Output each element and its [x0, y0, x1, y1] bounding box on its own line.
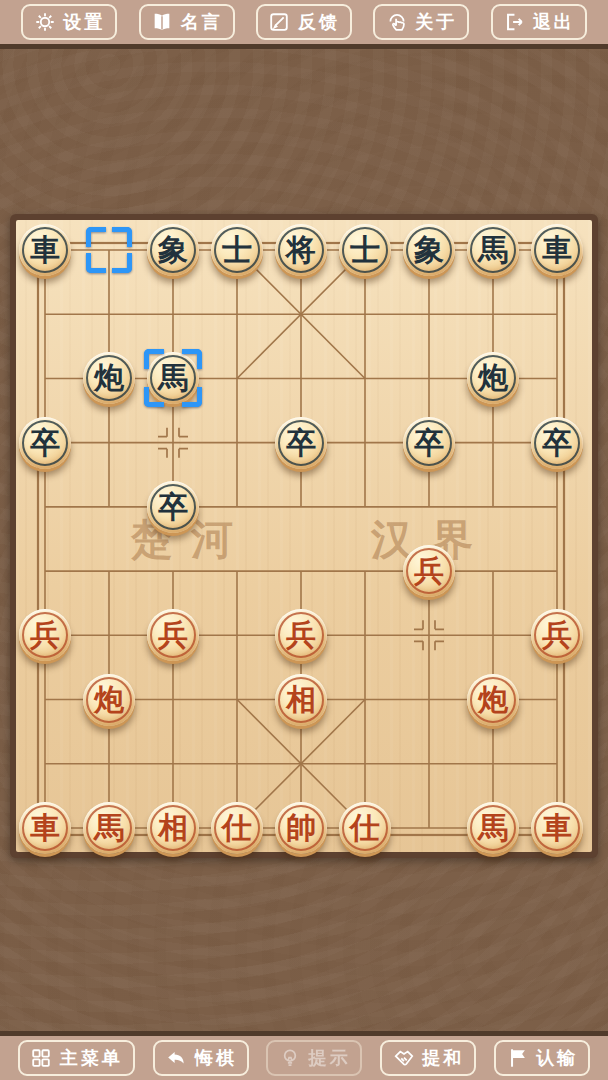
- piece-glyph: 象: [403, 224, 455, 276]
- draw-offer-button[interactable]: 提和: [380, 1040, 476, 1076]
- piece-glyph: 士: [339, 224, 391, 276]
- piece-black-king[interactable]: 将: [275, 224, 327, 276]
- piece-glyph: 相: [275, 674, 327, 726]
- piece-glyph: 仕: [211, 802, 263, 854]
- feedback-pencil-icon: [268, 11, 291, 34]
- piece-red-cannon[interactable]: 炮: [467, 674, 519, 726]
- feedback-label: 反馈: [298, 10, 340, 34]
- piece-black-rook[interactable]: 車: [531, 224, 583, 276]
- hint-label: 提示: [308, 1046, 350, 1070]
- piece-glyph: 兵: [403, 545, 455, 597]
- book-icon: [151, 11, 174, 34]
- piece-glyph: 卒: [275, 417, 327, 469]
- main-menu-button[interactable]: 主菜单: [18, 1040, 135, 1076]
- piece-red-pawn[interactable]: 兵: [403, 545, 455, 597]
- piece-black-elephant[interactable]: 象: [147, 224, 199, 276]
- draw-offer-label: 提和: [422, 1046, 464, 1070]
- piece-glyph: 象: [147, 224, 199, 276]
- top-toolbar: 设置 名言 反馈: [0, 0, 608, 44]
- piece-black-pawn[interactable]: 卒: [403, 417, 455, 469]
- settings-button[interactable]: 设置: [21, 4, 117, 40]
- xiangqi-board-frame: 楚河 汉界 車象士将士象馬車炮馬炮卒卒卒卒卒兵兵兵兵兵炮相炮車馬相仕帥仕馬車: [10, 214, 598, 858]
- piece-glyph: 馬: [83, 802, 135, 854]
- undo-arrow-icon: [165, 1047, 188, 1070]
- piece-red-advisor[interactable]: 仕: [339, 802, 391, 854]
- hint-bulb-icon: [278, 1047, 301, 1070]
- piece-glyph: 将: [275, 224, 327, 276]
- piece-black-advisor[interactable]: 士: [211, 224, 263, 276]
- piece-glyph: 兵: [19, 609, 71, 661]
- piece-red-horse[interactable]: 馬: [467, 802, 519, 854]
- piece-glyph: 兵: [531, 609, 583, 661]
- piece-red-advisor[interactable]: 仕: [211, 802, 263, 854]
- piece-glyph: 車: [531, 224, 583, 276]
- piece-black-rook[interactable]: 車: [19, 224, 71, 276]
- quotes-button[interactable]: 名言: [139, 4, 235, 40]
- piece-glyph: 兵: [275, 609, 327, 661]
- piece-black-horse[interactable]: 馬: [467, 224, 519, 276]
- piece-red-horse[interactable]: 馬: [83, 802, 135, 854]
- piece-glyph: 士: [211, 224, 263, 276]
- piece-black-pawn[interactable]: 卒: [147, 481, 199, 533]
- about-label: 关于: [415, 10, 457, 34]
- board-grid: [16, 220, 592, 852]
- piece-red-pawn[interactable]: 兵: [531, 609, 583, 661]
- piece-black-cannon[interactable]: 炮: [83, 352, 135, 404]
- resign-label: 认输: [536, 1046, 578, 1070]
- piece-glyph: 炮: [467, 352, 519, 404]
- exit-label: 退出: [533, 10, 575, 34]
- about-button[interactable]: 关于: [373, 4, 469, 40]
- piece-glyph: 馬: [147, 352, 199, 404]
- piece-black-cannon[interactable]: 炮: [467, 352, 519, 404]
- main-menu-label: 主菜单: [60, 1046, 123, 1070]
- piece-glyph: 兵: [147, 609, 199, 661]
- handshake-icon: [392, 1047, 415, 1070]
- piece-red-cannon[interactable]: 炮: [83, 674, 135, 726]
- piece-red-rook[interactable]: 車: [19, 802, 71, 854]
- piece-glyph: 仕: [339, 802, 391, 854]
- piece-black-pawn[interactable]: 卒: [19, 417, 71, 469]
- piece-glyph: 炮: [467, 674, 519, 726]
- piece-glyph: 卒: [19, 417, 71, 469]
- feedback-button[interactable]: 反馈: [256, 4, 352, 40]
- top-toolbar-divider: [0, 44, 608, 49]
- resign-button[interactable]: 认输: [494, 1040, 590, 1076]
- piece-black-pawn[interactable]: 卒: [531, 417, 583, 469]
- settings-label: 设置: [63, 10, 105, 34]
- piece-glyph: 馬: [467, 802, 519, 854]
- piece-glyph: 車: [19, 802, 71, 854]
- undo-label: 悔棋: [195, 1046, 237, 1070]
- piece-black-pawn[interactable]: 卒: [275, 417, 327, 469]
- piece-glyph: 卒: [403, 417, 455, 469]
- piece-glyph: 卒: [147, 481, 199, 533]
- piece-glyph: 炮: [83, 352, 135, 404]
- quotes-label: 名言: [181, 10, 223, 34]
- piece-red-pawn[interactable]: 兵: [19, 609, 71, 661]
- xiangqi-board[interactable]: 楚河 汉界 車象士将士象馬車炮馬炮卒卒卒卒卒兵兵兵兵兵炮相炮車馬相仕帥仕馬車: [16, 220, 592, 852]
- piece-red-elephant[interactable]: 相: [275, 674, 327, 726]
- piece-glyph: 車: [531, 802, 583, 854]
- hint-button[interactable]: 提示: [266, 1040, 362, 1076]
- bottom-toolbar: 主菜单 悔棋 提示: [0, 1036, 608, 1080]
- undo-button[interactable]: 悔棋: [153, 1040, 249, 1076]
- piece-glyph: 卒: [531, 417, 583, 469]
- piece-red-king[interactable]: 帥: [275, 802, 327, 854]
- piece-black-elephant[interactable]: 象: [403, 224, 455, 276]
- resign-flag-icon: [506, 1047, 529, 1070]
- gear-icon: [33, 11, 56, 34]
- piece-glyph: 相: [147, 802, 199, 854]
- piece-black-advisor[interactable]: 士: [339, 224, 391, 276]
- piece-red-pawn[interactable]: 兵: [275, 609, 327, 661]
- piece-black-horse[interactable]: 馬: [147, 352, 199, 404]
- piece-red-pawn[interactable]: 兵: [147, 609, 199, 661]
- piece-glyph: 車: [19, 224, 71, 276]
- hand-click-icon: [385, 11, 408, 34]
- piece-red-elephant[interactable]: 相: [147, 802, 199, 854]
- exit-icon: [503, 11, 526, 34]
- piece-glyph: 帥: [275, 802, 327, 854]
- piece-red-rook[interactable]: 車: [531, 802, 583, 854]
- piece-glyph: 炮: [83, 674, 135, 726]
- piece-glyph: 馬: [467, 224, 519, 276]
- menu-grid-icon: [30, 1047, 53, 1070]
- game-screen: 设置 名言 反馈: [0, 0, 608, 1080]
- exit-button[interactable]: 退出: [491, 4, 587, 40]
